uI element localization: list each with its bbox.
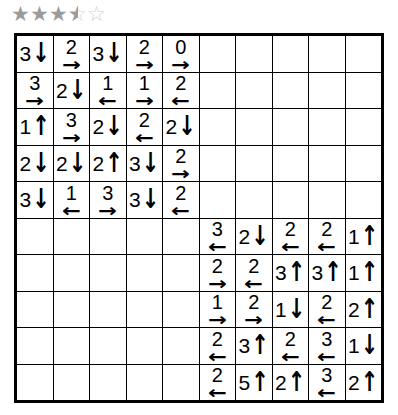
clue-2-down: 2↓ <box>239 226 269 247</box>
arrow-up-icon: ↑ <box>361 223 379 250</box>
arrow-down-icon: ↓ <box>32 40 50 67</box>
arrow-up-icon: ↑ <box>361 369 379 396</box>
arrow-right-icon: → <box>208 277 227 291</box>
arrow-up-icon: ↑ <box>251 369 269 396</box>
arrow-left-icon: ← <box>317 386 336 400</box>
cell-r3c4: 2← <box>127 109 163 145</box>
cell-r7c9: 3↑ <box>309 255 345 291</box>
clue-2-left: 2← <box>173 183 188 218</box>
cell-r3c5: 2↓ <box>163 109 199 145</box>
clue-2-left: 2← <box>319 219 334 254</box>
clue-3-right: 3→ <box>27 73 42 108</box>
cell-r6c5[interactable] <box>163 219 199 255</box>
arrow-down-icon: ↓ <box>142 186 160 213</box>
cell-r2c10[interactable] <box>346 73 382 109</box>
cell-r6c1[interactable] <box>17 219 53 255</box>
arrow-left-icon: ← <box>317 350 336 364</box>
clue-3-left: 3← <box>210 219 225 254</box>
cell-r10c9: 3← <box>309 365 345 401</box>
cell-r9c9: 3← <box>309 328 345 364</box>
cell-r10c10: 2↑ <box>346 365 382 401</box>
arrow-up-icon: ↑ <box>105 150 123 177</box>
clue-3-left: 3← <box>319 365 334 400</box>
cell-r1c2: 2→ <box>54 36 90 72</box>
clue-2-left: 2← <box>173 73 188 108</box>
cell-r2c4: 1→ <box>127 73 163 109</box>
clue-0-right: 0→ <box>173 37 188 72</box>
clue-2-down: 2↓ <box>166 116 196 137</box>
cell-r4c1: 2↓ <box>17 146 53 182</box>
clue-number: 3 <box>20 189 32 210</box>
arrow-down-icon: ↓ <box>69 77 87 104</box>
clue-3-down: 3↓ <box>20 43 50 64</box>
cell-r7c10: 1↑ <box>346 255 382 291</box>
arrow-down-icon: ↓ <box>105 40 123 67</box>
clue-2-left: 2← <box>283 219 298 254</box>
cell-r3c1: 1↑ <box>17 109 53 145</box>
cell-r2c1: 3→ <box>17 73 53 109</box>
arrow-down-icon: ↓ <box>178 113 196 140</box>
arrow-left-icon: ← <box>171 204 190 218</box>
clue-5-up: 5↑ <box>239 372 269 393</box>
clue-2-right: 2→ <box>210 256 225 291</box>
clue-2-left: 2← <box>319 292 334 327</box>
clue-number: 1 <box>348 335 360 356</box>
arrow-right-icon: → <box>62 131 81 145</box>
clue-number: 3 <box>20 43 32 64</box>
clue-number: 2 <box>93 153 105 174</box>
cell-r9c7: 3↑ <box>236 328 272 364</box>
arrow-right-icon: → <box>135 58 154 72</box>
clue-2-up: 2↑ <box>93 153 123 174</box>
cell-r5c7[interactable] <box>236 182 272 218</box>
clue-2-right: 2→ <box>137 37 152 72</box>
cell-r6c3[interactable] <box>90 219 126 255</box>
clue-3-up: 3↑ <box>275 262 305 283</box>
arrow-right-icon: → <box>244 313 263 327</box>
arrow-right-icon: → <box>25 94 44 108</box>
clue-2-right: 2→ <box>246 292 261 327</box>
arrow-up-icon: ↑ <box>288 259 306 286</box>
cell-r1c7[interactable] <box>236 36 272 72</box>
cell-r6c10: 1↑ <box>346 219 382 255</box>
cell-r6c2[interactable] <box>54 219 90 255</box>
cell-r7c6: 2→ <box>200 255 236 291</box>
clue-2-left: 2← <box>283 329 298 364</box>
star-full-icon: ★ <box>11 3 30 24</box>
clue-2-down: 2↓ <box>56 80 86 101</box>
cell-r4c2: 2↓ <box>54 146 90 182</box>
cell-r5c4: 3↓ <box>127 182 163 218</box>
cell-r7c3[interactable] <box>90 255 126 291</box>
clue-1-down: 1↓ <box>348 335 378 356</box>
clue-2-right: 2→ <box>173 146 188 181</box>
page: ★★★☆★☆ 3↓2→3↓2→0→3→2↓1←1→2←1↑3→2↓2←2↓2↓2… <box>0 0 398 415</box>
clue-3-down: 3↓ <box>20 189 50 210</box>
cell-r4c5: 2→ <box>163 146 199 182</box>
cell-r3c10[interactable] <box>346 109 382 145</box>
cell-r8c10: 2↑ <box>346 292 382 328</box>
cell-r8c5[interactable] <box>163 292 199 328</box>
clue-2-left: 2← <box>210 365 225 400</box>
clue-2-down: 2↓ <box>93 116 123 137</box>
arrow-up-icon: ↑ <box>361 296 379 323</box>
arrow-right-icon: → <box>171 58 190 72</box>
cell-r6c7: 2↓ <box>236 219 272 255</box>
clue-1-left: 1← <box>100 73 115 108</box>
clue-number: 1 <box>348 226 360 247</box>
cell-r9c6: 2← <box>200 328 236 364</box>
star-half-icon: ☆★ <box>68 3 87 24</box>
cell-r1c5: 0→ <box>163 36 199 72</box>
cell-r8c4[interactable] <box>127 292 163 328</box>
clue-2-up: 2↑ <box>348 372 378 393</box>
clue-number: 2 <box>239 226 251 247</box>
arrow-down-icon: ↓ <box>361 332 379 359</box>
cell-r8c2[interactable] <box>54 292 90 328</box>
arrow-down-icon: ↓ <box>288 296 306 323</box>
cell-r5c6[interactable] <box>200 182 236 218</box>
arrow-down-icon: ↓ <box>32 186 50 213</box>
arrow-right-icon: → <box>98 204 117 218</box>
cell-r1c4: 2→ <box>127 36 163 72</box>
cell-r9c3[interactable] <box>90 328 126 364</box>
star-full-icon: ★ <box>30 3 49 24</box>
cell-r2c5: 2← <box>163 73 199 109</box>
cell-r4c4: 3↓ <box>127 146 163 182</box>
arrow-left-icon: ← <box>281 240 300 254</box>
cell-r9c2[interactable] <box>54 328 90 364</box>
cell-r5c1: 3↓ <box>17 182 53 218</box>
clue-3-down: 3↓ <box>93 43 123 64</box>
clue-1-up: 1↑ <box>348 226 378 247</box>
clue-number: 2 <box>56 80 68 101</box>
board: 3↓2→3↓2→0→3→2↓1←1→2←1↑3→2↓2←2↓2↓2↓2↑3↓2→… <box>14 33 384 403</box>
cell-r3c6[interactable] <box>200 109 236 145</box>
clue-2-left: 2← <box>246 256 261 291</box>
cell-r2c3: 1← <box>90 73 126 109</box>
cell-r6c9: 2← <box>309 219 345 255</box>
cell-r3c8[interactable] <box>273 109 309 145</box>
cell-r10c2[interactable] <box>54 365 90 401</box>
cell-r10c4[interactable] <box>127 365 163 401</box>
cell-r5c5: 2← <box>163 182 199 218</box>
arrow-left-icon: ← <box>317 240 336 254</box>
clue-2-right: 2→ <box>64 37 79 72</box>
clue-3-right: 3→ <box>64 110 79 145</box>
cell-r10c8: 2↑ <box>273 365 309 401</box>
cell-r7c1[interactable] <box>17 255 53 291</box>
cell-r8c9: 2← <box>309 292 345 328</box>
clue-number: 5 <box>239 372 251 393</box>
cell-r8c8: 1↓ <box>273 292 309 328</box>
cell-r1c3: 3↓ <box>90 36 126 72</box>
cell-r10c6: 2← <box>200 365 236 401</box>
cell-r4c8[interactable] <box>273 146 309 182</box>
cell-r9c10: 1↓ <box>346 328 382 364</box>
clue-number: 3 <box>93 43 105 64</box>
clue-number: 2 <box>93 116 105 137</box>
clue-1-up: 1↑ <box>20 116 50 137</box>
clue-3-down: 3↓ <box>129 153 159 174</box>
clue-2-left: 2← <box>210 329 225 364</box>
cell-r2c7[interactable] <box>236 73 272 109</box>
arrow-left-icon: ← <box>62 204 81 218</box>
cell-r2c2: 2↓ <box>54 73 90 109</box>
cell-r2c6[interactable] <box>200 73 236 109</box>
cell-r1c8[interactable] <box>273 36 309 72</box>
cell-r8c1[interactable] <box>17 292 53 328</box>
clue-2-up: 2↑ <box>348 299 378 320</box>
cell-r2c8[interactable] <box>273 73 309 109</box>
cell-r5c9[interactable] <box>309 182 345 218</box>
arrow-up-icon: ↑ <box>361 259 379 286</box>
cell-r9c4[interactable] <box>127 328 163 364</box>
arrow-down-icon: ↓ <box>251 223 269 250</box>
cell-r10c3[interactable] <box>90 365 126 401</box>
clue-1-left: 1← <box>64 183 79 218</box>
clue-3-up: 3↑ <box>239 335 269 356</box>
cell-r5c2: 1← <box>54 182 90 218</box>
cell-r4c3: 2↑ <box>90 146 126 182</box>
arrow-left-icon: ← <box>98 94 117 108</box>
difficulty-rating: ★★★☆★☆ <box>11 3 106 24</box>
cell-r8c6: 1→ <box>200 292 236 328</box>
clue-1-down: 1↓ <box>275 299 305 320</box>
cell-r6c6: 3← <box>200 219 236 255</box>
clue-2-down: 2↓ <box>56 153 86 174</box>
arrow-right-icon: → <box>62 58 81 72</box>
clue-number: 3 <box>275 262 287 283</box>
clue-number: 2 <box>56 153 68 174</box>
cell-r1c9[interactable] <box>309 36 345 72</box>
cell-r3c2: 3→ <box>54 109 90 145</box>
arrow-left-icon: ← <box>208 386 227 400</box>
arrow-right-icon: → <box>171 167 190 181</box>
clue-number: 3 <box>239 335 251 356</box>
arrow-left-icon: ← <box>208 350 227 364</box>
star-empty-icon: ☆ <box>87 3 106 24</box>
clue-number: 1 <box>348 262 360 283</box>
cell-r8c3[interactable] <box>90 292 126 328</box>
cell-r1c1: 3↓ <box>17 36 53 72</box>
star-full-icon: ★ <box>49 3 68 24</box>
cell-r4c6[interactable] <box>200 146 236 182</box>
cell-r9c8: 2← <box>273 328 309 364</box>
clue-3-down: 3↓ <box>129 189 159 210</box>
arrow-down-icon: ↓ <box>69 150 87 177</box>
arrow-down-icon: ↓ <box>105 113 123 140</box>
cell-r10c5[interactable] <box>163 365 199 401</box>
cell-r7c2[interactable] <box>54 255 90 291</box>
cell-r2c9[interactable] <box>309 73 345 109</box>
arrow-left-icon: ← <box>244 277 263 291</box>
cell-r1c6[interactable] <box>200 36 236 72</box>
clue-1-right: 1→ <box>137 73 152 108</box>
arrow-down-icon: ↓ <box>32 150 50 177</box>
clue-number: 2 <box>20 153 32 174</box>
cell-r10c1[interactable] <box>17 365 53 401</box>
cell-r8c7: 2→ <box>236 292 272 328</box>
arrow-left-icon: ← <box>208 240 227 254</box>
cell-r6c8: 2← <box>273 219 309 255</box>
cell-r4c7[interactable] <box>236 146 272 182</box>
cell-r9c5[interactable] <box>163 328 199 364</box>
cell-r3c3: 2↓ <box>90 109 126 145</box>
cell-r3c9[interactable] <box>309 109 345 145</box>
clue-3-left: 3← <box>319 329 334 364</box>
arrow-left-icon: ← <box>281 350 300 364</box>
cell-r4c9[interactable] <box>309 146 345 182</box>
clue-3-right: 3→ <box>100 183 115 218</box>
arrow-left-icon: ← <box>171 94 190 108</box>
clue-2-down: 2↓ <box>20 153 50 174</box>
arrow-left-icon: ← <box>135 131 154 145</box>
clue-number: 2 <box>275 372 287 393</box>
arrow-down-icon: ↓ <box>142 150 160 177</box>
arrow-up-icon: ↑ <box>251 332 269 359</box>
clue-number: 2 <box>348 372 360 393</box>
cell-r4c10[interactable] <box>346 146 382 182</box>
arrow-up-icon: ↑ <box>324 259 342 286</box>
clue-number: 3 <box>129 189 141 210</box>
arrow-up-icon: ↑ <box>32 113 50 140</box>
cell-r7c5[interactable] <box>163 255 199 291</box>
clue-1-up: 1↑ <box>348 262 378 283</box>
arrow-right-icon: → <box>135 94 154 108</box>
arrow-up-icon: ↑ <box>288 369 306 396</box>
arrow-right-icon: → <box>208 313 227 327</box>
clue-number: 2 <box>166 116 178 137</box>
clue-number: 1 <box>20 116 32 137</box>
clue-3-up: 3↑ <box>312 262 342 283</box>
clue-number: 3 <box>312 262 324 283</box>
arrow-left-icon: ← <box>317 313 336 327</box>
cell-r7c7: 2← <box>236 255 272 291</box>
clue-number: 2 <box>348 299 360 320</box>
clue-number: 1 <box>275 299 287 320</box>
cell-r5c8[interactable] <box>273 182 309 218</box>
cell-r6c4[interactable] <box>127 219 163 255</box>
cell-r7c4[interactable] <box>127 255 163 291</box>
clue-2-left: 2← <box>137 110 152 145</box>
clue-number: 3 <box>129 153 141 174</box>
cell-r1c10[interactable] <box>346 36 382 72</box>
cell-r5c10[interactable] <box>346 182 382 218</box>
clue-2-up: 2↑ <box>275 372 305 393</box>
cell-r3c7[interactable] <box>236 109 272 145</box>
cell-r9c1[interactable] <box>17 328 53 364</box>
cell-r7c8: 3↑ <box>273 255 309 291</box>
cell-r10c7: 5↑ <box>236 365 272 401</box>
clue-1-right: 1→ <box>210 292 225 327</box>
cell-r5c3: 3→ <box>90 182 126 218</box>
